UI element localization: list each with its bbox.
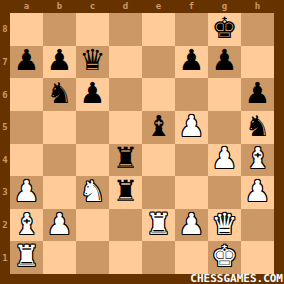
square-c7[interactable]: ♛: [76, 46, 109, 79]
piece-white-pawn: ♟: [179, 210, 205, 239]
square-h6[interactable]: ♟: [241, 78, 274, 111]
square-a8[interactable]: [10, 13, 43, 46]
square-d8[interactable]: [109, 13, 142, 46]
rank-label-2: 2: [0, 209, 10, 242]
piece-white-rook: ♜: [146, 210, 172, 239]
square-g3[interactable]: [208, 176, 241, 209]
square-a5[interactable]: [10, 111, 43, 144]
square-d2[interactable]: [109, 209, 142, 242]
rank-label-5: 5: [0, 111, 10, 144]
square-f4[interactable]: [175, 144, 208, 177]
rank-label-6: 6: [0, 78, 10, 111]
square-d3[interactable]: ♜: [109, 176, 142, 209]
piece-white-knight: ♞: [80, 177, 106, 206]
square-h7[interactable]: [241, 46, 274, 79]
file-label-f: f: [175, 0, 208, 13]
piece-black-pawn: ♟: [14, 46, 40, 75]
square-a4[interactable]: [10, 144, 43, 177]
square-c6[interactable]: ♟: [76, 78, 109, 111]
square-d6[interactable]: [109, 78, 142, 111]
file-label-b: b: [43, 0, 76, 13]
piece-white-pawn: ♟: [14, 177, 40, 206]
piece-white-pawn: ♟: [47, 210, 73, 239]
square-e1[interactable]: [142, 241, 175, 274]
square-d1[interactable]: [109, 241, 142, 274]
piece-black-rook: ♜: [113, 144, 139, 173]
piece-black-pawn: ♟: [245, 79, 271, 108]
square-f8[interactable]: [175, 13, 208, 46]
square-g2[interactable]: ♛: [208, 209, 241, 242]
square-e6[interactable]: [142, 78, 175, 111]
square-f1[interactable]: [175, 241, 208, 274]
file-label-c: c: [76, 0, 109, 13]
square-g5[interactable]: [208, 111, 241, 144]
square-e5[interactable]: ♝: [142, 111, 175, 144]
rank-label-7: 7: [0, 46, 10, 79]
rank-label-1: 1: [0, 241, 10, 274]
piece-black-knight: ♞: [245, 112, 271, 141]
square-c8[interactable]: [76, 13, 109, 46]
square-d7[interactable]: [109, 46, 142, 79]
square-g1[interactable]: ♚: [208, 241, 241, 274]
file-label-d: d: [109, 0, 142, 13]
square-f6[interactable]: [175, 78, 208, 111]
square-a3[interactable]: ♟: [10, 176, 43, 209]
square-b1[interactable]: [43, 241, 76, 274]
square-b2[interactable]: ♟: [43, 209, 76, 242]
square-a6[interactable]: [10, 78, 43, 111]
file-label-h: h: [241, 0, 274, 13]
square-f2[interactable]: ♟: [175, 209, 208, 242]
rank-label-4: 4: [0, 144, 10, 177]
square-b3[interactable]: [43, 176, 76, 209]
square-a2[interactable]: ♝: [10, 209, 43, 242]
piece-black-knight: ♞: [47, 79, 73, 108]
rank-labels: 87654321: [0, 13, 10, 274]
square-c4[interactable]: [76, 144, 109, 177]
square-b7[interactable]: ♟: [43, 46, 76, 79]
rank-label-3: 3: [0, 176, 10, 209]
file-label-e: e: [142, 0, 175, 13]
piece-white-bishop: ♝: [245, 144, 271, 173]
square-a7[interactable]: ♟: [10, 46, 43, 79]
square-f3[interactable]: [175, 176, 208, 209]
piece-black-pawn: ♟: [47, 46, 73, 75]
square-b8[interactable]: [43, 13, 76, 46]
square-f5[interactable]: ♟: [175, 111, 208, 144]
square-h2[interactable]: [241, 209, 274, 242]
piece-black-pawn: ♟: [80, 79, 106, 108]
piece-white-queen: ♛: [212, 210, 238, 239]
square-f7[interactable]: ♟: [175, 46, 208, 79]
piece-black-bishop: ♝: [146, 112, 172, 141]
square-e4[interactable]: [142, 144, 175, 177]
file-label-a: a: [10, 0, 43, 13]
piece-black-rook: ♜: [113, 177, 139, 206]
square-c5[interactable]: [76, 111, 109, 144]
square-d4[interactable]: ♜: [109, 144, 142, 177]
square-e7[interactable]: [142, 46, 175, 79]
square-c2[interactable]: [76, 209, 109, 242]
square-h5[interactable]: ♞: [241, 111, 274, 144]
piece-black-pawn: ♟: [212, 46, 238, 75]
piece-black-pawn: ♟: [179, 46, 205, 75]
piece-white-king: ♚: [212, 242, 238, 271]
square-e3[interactable]: [142, 176, 175, 209]
chess-board: ♚♟♟♛♟♟♞♟♟♝♟♞♜♟♝♟♞♜♟♝♟♜♟♛♜♚: [10, 13, 274, 274]
square-a1[interactable]: ♜: [10, 241, 43, 274]
piece-white-pawn: ♟: [245, 177, 271, 206]
chess-board-diagram: abcdefgh 87654321 ♚♟♟♛♟♟♞♟♟♝♟♞♜♟♝♟♞♜♟♝♟♜…: [0, 0, 284, 284]
piece-black-king: ♚: [212, 14, 238, 43]
piece-white-rook: ♜: [14, 242, 40, 271]
square-h8[interactable]: [241, 13, 274, 46]
piece-white-pawn: ♟: [212, 144, 238, 173]
square-b4[interactable]: [43, 144, 76, 177]
square-h4[interactable]: ♝: [241, 144, 274, 177]
piece-black-queen: ♛: [80, 46, 106, 75]
square-b5[interactable]: [43, 111, 76, 144]
square-e8[interactable]: [142, 13, 175, 46]
piece-white-pawn: ♟: [179, 112, 205, 141]
square-c3[interactable]: ♞: [76, 176, 109, 209]
square-d5[interactable]: [109, 111, 142, 144]
square-h1[interactable]: [241, 241, 274, 274]
chessgames-watermark: CHESSGAMES.COM: [190, 274, 283, 284]
square-e2[interactable]: ♜: [142, 209, 175, 242]
rank-label-8: 8: [0, 13, 10, 46]
square-b6[interactable]: ♞: [43, 78, 76, 111]
square-g7[interactable]: ♟: [208, 46, 241, 79]
piece-white-bishop: ♝: [14, 210, 40, 239]
square-h3[interactable]: ♟: [241, 176, 274, 209]
square-g6[interactable]: [208, 78, 241, 111]
square-g8[interactable]: ♚: [208, 13, 241, 46]
square-c1[interactable]: [76, 241, 109, 274]
square-g4[interactable]: ♟: [208, 144, 241, 177]
